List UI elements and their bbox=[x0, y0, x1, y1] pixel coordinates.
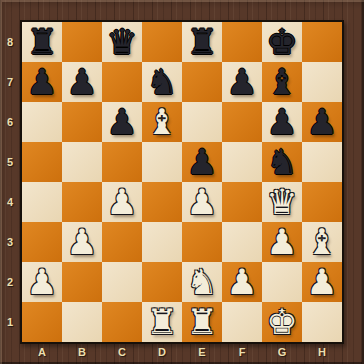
square-f2[interactable]: ♟ bbox=[222, 262, 262, 302]
square-a4[interactable] bbox=[22, 182, 62, 222]
square-h3[interactable]: ♝ bbox=[302, 222, 342, 262]
square-a6[interactable] bbox=[22, 102, 62, 142]
square-e8[interactable]: ♜ bbox=[182, 22, 222, 62]
file-label-g: G bbox=[262, 344, 302, 362]
square-c7[interactable] bbox=[102, 62, 142, 102]
piece-white-bishop[interactable]: ♝ bbox=[142, 102, 182, 142]
square-c3[interactable] bbox=[102, 222, 142, 262]
piece-black-pawn[interactable]: ♟ bbox=[62, 62, 102, 102]
piece-white-knight[interactable]: ♞ bbox=[182, 262, 222, 302]
square-a8[interactable]: ♜ bbox=[22, 22, 62, 62]
piece-black-rook[interactable]: ♜ bbox=[182, 22, 222, 62]
piece-white-pawn[interactable]: ♟ bbox=[222, 262, 262, 302]
piece-white-pawn[interactable]: ♟ bbox=[22, 262, 62, 302]
file-label-d: D bbox=[142, 344, 182, 362]
file-label-h: H bbox=[302, 344, 342, 362]
square-e4[interactable]: ♟ bbox=[182, 182, 222, 222]
square-h7[interactable] bbox=[302, 62, 342, 102]
piece-white-pawn[interactable]: ♟ bbox=[262, 222, 302, 262]
square-g4[interactable]: ♛ bbox=[262, 182, 302, 222]
square-f6[interactable] bbox=[222, 102, 262, 142]
square-e6[interactable] bbox=[182, 102, 222, 142]
square-c4[interactable]: ♟ bbox=[102, 182, 142, 222]
rank-label-6: 6 bbox=[0, 102, 20, 142]
piece-white-pawn[interactable]: ♟ bbox=[62, 222, 102, 262]
piece-white-king[interactable]: ♚ bbox=[262, 302, 302, 342]
square-h2[interactable]: ♟ bbox=[302, 262, 342, 302]
piece-black-pawn[interactable]: ♟ bbox=[102, 102, 142, 142]
square-c5[interactable] bbox=[102, 142, 142, 182]
rank-label-1: 1 bbox=[0, 302, 20, 342]
square-g1[interactable]: ♚ bbox=[262, 302, 302, 342]
file-label-b: B bbox=[62, 344, 102, 362]
square-b6[interactable] bbox=[62, 102, 102, 142]
piece-black-pawn[interactable]: ♟ bbox=[222, 62, 262, 102]
square-a1[interactable] bbox=[22, 302, 62, 342]
file-label-e: E bbox=[182, 344, 222, 362]
square-f8[interactable] bbox=[222, 22, 262, 62]
square-f4[interactable] bbox=[222, 182, 262, 222]
piece-white-pawn[interactable]: ♟ bbox=[182, 182, 222, 222]
piece-black-knight[interactable]: ♞ bbox=[142, 62, 182, 102]
square-d1[interactable]: ♜ bbox=[142, 302, 182, 342]
square-h1[interactable] bbox=[302, 302, 342, 342]
square-d7[interactable]: ♞ bbox=[142, 62, 182, 102]
file-coordinates: ABCDEFGH bbox=[22, 344, 342, 362]
square-f7[interactable]: ♟ bbox=[222, 62, 262, 102]
square-d4[interactable] bbox=[142, 182, 182, 222]
rank-label-2: 2 bbox=[0, 262, 20, 302]
square-d2[interactable] bbox=[142, 262, 182, 302]
piece-white-queen[interactable]: ♛ bbox=[262, 182, 302, 222]
rank-label-5: 5 bbox=[0, 142, 20, 182]
square-e2[interactable]: ♞ bbox=[182, 262, 222, 302]
square-d3[interactable] bbox=[142, 222, 182, 262]
square-b2[interactable] bbox=[62, 262, 102, 302]
piece-black-king[interactable]: ♚ bbox=[262, 22, 302, 62]
square-f1[interactable] bbox=[222, 302, 262, 342]
file-label-f: F bbox=[222, 344, 262, 362]
square-h6[interactable]: ♟ bbox=[302, 102, 342, 142]
square-b8[interactable] bbox=[62, 22, 102, 62]
square-e5[interactable]: ♟ bbox=[182, 142, 222, 182]
rank-label-8: 8 bbox=[0, 22, 20, 62]
square-a2[interactable]: ♟ bbox=[22, 262, 62, 302]
square-e3[interactable] bbox=[182, 222, 222, 262]
square-a3[interactable] bbox=[22, 222, 62, 262]
square-h4[interactable] bbox=[302, 182, 342, 222]
rank-label-4: 4 bbox=[0, 182, 20, 222]
square-g3[interactable]: ♟ bbox=[262, 222, 302, 262]
piece-black-knight[interactable]: ♞ bbox=[262, 142, 302, 182]
square-b4[interactable] bbox=[62, 182, 102, 222]
piece-black-pawn[interactable]: ♟ bbox=[302, 102, 342, 142]
piece-white-bishop[interactable]: ♝ bbox=[302, 222, 342, 262]
file-label-a: A bbox=[22, 344, 62, 362]
rank-label-7: 7 bbox=[0, 62, 20, 102]
square-g5[interactable]: ♞ bbox=[262, 142, 302, 182]
square-f5[interactable] bbox=[222, 142, 262, 182]
square-b7[interactable]: ♟ bbox=[62, 62, 102, 102]
square-f3[interactable] bbox=[222, 222, 262, 262]
square-e7[interactable] bbox=[182, 62, 222, 102]
piece-black-rook[interactable]: ♜ bbox=[22, 22, 62, 62]
piece-black-pawn[interactable]: ♟ bbox=[182, 142, 222, 182]
square-e1[interactable]: ♜ bbox=[182, 302, 222, 342]
chess-board[interactable]: ♜♛♜♚♟♟♞♟♝♟♝♟♟♟♞♟♟♛♟♟♝♟♞♟♟♜♜♚ bbox=[20, 20, 344, 344]
square-d6[interactable]: ♝ bbox=[142, 102, 182, 142]
square-c8[interactable]: ♛ bbox=[102, 22, 142, 62]
square-d8[interactable] bbox=[142, 22, 182, 62]
piece-black-pawn[interactable]: ♟ bbox=[22, 62, 62, 102]
square-g6[interactable]: ♟ bbox=[262, 102, 302, 142]
piece-white-pawn[interactable]: ♟ bbox=[302, 262, 342, 302]
rank-coordinates: 87654321 bbox=[0, 22, 20, 342]
piece-black-pawn[interactable]: ♟ bbox=[262, 102, 302, 142]
square-d5[interactable] bbox=[142, 142, 182, 182]
square-h5[interactable] bbox=[302, 142, 342, 182]
square-b3[interactable]: ♟ bbox=[62, 222, 102, 262]
square-g7[interactable]: ♝ bbox=[262, 62, 302, 102]
piece-black-queen[interactable]: ♛ bbox=[102, 22, 142, 62]
square-h8[interactable] bbox=[302, 22, 342, 62]
piece-white-pawn[interactable]: ♟ bbox=[102, 182, 142, 222]
file-label-c: C bbox=[102, 344, 142, 362]
square-a5[interactable] bbox=[22, 142, 62, 182]
piece-white-rook[interactable]: ♜ bbox=[182, 302, 222, 342]
square-c2[interactable] bbox=[102, 262, 142, 302]
square-g2[interactable] bbox=[262, 262, 302, 302]
board-frame: 87654321 ♜♛♜♚♟♟♞♟♝♟♝♟♟♟♞♟♟♛♟♟♝♟♞♟♟♜♜♚ AB… bbox=[0, 0, 364, 364]
piece-white-rook[interactable]: ♜ bbox=[142, 302, 182, 342]
square-c6[interactable]: ♟ bbox=[102, 102, 142, 142]
square-b5[interactable] bbox=[62, 142, 102, 182]
rank-label-3: 3 bbox=[0, 222, 20, 262]
square-c1[interactable] bbox=[102, 302, 142, 342]
square-b1[interactable] bbox=[62, 302, 102, 342]
square-a7[interactable]: ♟ bbox=[22, 62, 62, 102]
square-g8[interactable]: ♚ bbox=[262, 22, 302, 62]
piece-black-bishop[interactable]: ♝ bbox=[262, 62, 302, 102]
